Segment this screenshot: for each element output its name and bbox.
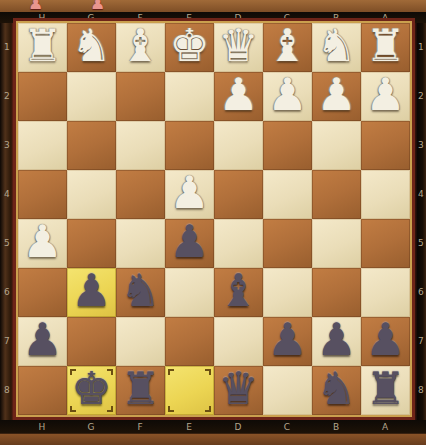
rank-label-right-2: 2: [418, 92, 424, 101]
piece-white-bishop[interactable]: ♝: [116, 20, 165, 72]
square-g1[interactable]: ♞: [67, 23, 116, 72]
file-label-bottom-g: G: [88, 423, 95, 432]
square-c4[interactable]: [263, 170, 312, 219]
highlight-corner-brackets: [168, 369, 211, 412]
square-e2[interactable]: [165, 72, 214, 121]
square-c2[interactable]: ♟: [263, 72, 312, 121]
square-e3[interactable]: [165, 121, 214, 170]
square-h3[interactable]: [18, 121, 67, 170]
square-b6[interactable]: [312, 268, 361, 317]
piece-white-rook[interactable]: ♜: [361, 20, 410, 72]
square-g5[interactable]: [67, 219, 116, 268]
square-e8[interactable]: [165, 366, 214, 415]
square-e5[interactable]: ♟: [165, 219, 214, 268]
piece-black-queen[interactable]: ♛: [214, 363, 263, 415]
square-f7[interactable]: [116, 317, 165, 366]
square-a6[interactable]: [361, 268, 410, 317]
piece-white-pawn[interactable]: ♟: [263, 69, 312, 121]
square-c6[interactable]: [263, 268, 312, 317]
square-e4[interactable]: ♟: [165, 170, 214, 219]
square-e1[interactable]: ♚: [165, 23, 214, 72]
captured-pawn-icon: ♟: [28, 0, 43, 12]
chess-board: ♜♞♝♚♛♝♞♜♟♟♟♟♟♟♟♟♞♝♟♟♟♟♚♜♛♞♜: [13, 18, 415, 420]
square-a8[interactable]: ♜: [361, 366, 410, 415]
square-f8[interactable]: ♜: [116, 366, 165, 415]
square-g7[interactable]: [67, 317, 116, 366]
square-h6[interactable]: [18, 268, 67, 317]
square-c5[interactable]: [263, 219, 312, 268]
bottom-frame-bar: [0, 433, 426, 445]
rank-label-left-4: 4: [4, 190, 10, 199]
square-e7[interactable]: [165, 317, 214, 366]
square-c7[interactable]: ♟: [263, 317, 312, 366]
square-b7[interactable]: ♟: [312, 317, 361, 366]
piece-black-knight[interactable]: ♞: [116, 265, 165, 317]
file-labels-bottom: HGFEDCBA: [0, 420, 426, 433]
piece-black-pawn[interactable]: ♟: [312, 314, 361, 366]
file-label-bottom-c: C: [284, 423, 290, 432]
piece-white-bishop[interactable]: ♝: [263, 20, 312, 72]
piece-white-pawn[interactable]: ♟: [214, 69, 263, 121]
square-g4[interactable]: [67, 170, 116, 219]
square-d5[interactable]: [214, 219, 263, 268]
square-c1[interactable]: ♝: [263, 23, 312, 72]
square-d2[interactable]: ♟: [214, 72, 263, 121]
rank-label-right-7: 7: [418, 337, 424, 346]
square-a3[interactable]: [361, 121, 410, 170]
piece-black-pawn[interactable]: ♟: [165, 216, 214, 268]
square-h4[interactable]: [18, 170, 67, 219]
square-b2[interactable]: ♟: [312, 72, 361, 121]
square-h5[interactable]: ♟: [18, 219, 67, 268]
square-c8[interactable]: [263, 366, 312, 415]
square-h8[interactable]: [18, 366, 67, 415]
file-label-bottom-h: H: [39, 423, 46, 432]
piece-black-rook[interactable]: ♜: [116, 363, 165, 415]
rank-label-right-8: 8: [418, 386, 424, 395]
square-d7[interactable]: [214, 317, 263, 366]
square-d4[interactable]: [214, 170, 263, 219]
square-h7[interactable]: ♟: [18, 317, 67, 366]
rank-label-left-2: 2: [4, 92, 10, 101]
square-f3[interactable]: [116, 121, 165, 170]
file-label-bottom-d: D: [235, 423, 242, 432]
piece-white-knight[interactable]: ♞: [67, 20, 116, 72]
piece-black-pawn[interactable]: ♟: [361, 314, 410, 366]
rank-label-left-6: 6: [4, 288, 10, 297]
square-h2[interactable]: [18, 72, 67, 121]
square-a2[interactable]: ♟: [361, 72, 410, 121]
piece-black-king[interactable]: ♚: [67, 363, 116, 415]
rank-label-left-8: 8: [4, 386, 10, 395]
file-label-bottom-e: E: [186, 423, 192, 432]
square-a5[interactable]: [361, 219, 410, 268]
square-b5[interactable]: [312, 219, 361, 268]
square-e6[interactable]: [165, 268, 214, 317]
square-d3[interactable]: [214, 121, 263, 170]
piece-white-queen[interactable]: ♛: [214, 20, 263, 72]
square-b8[interactable]: ♞: [312, 366, 361, 415]
rank-label-left-1: 1: [4, 43, 10, 52]
rank-label-right-6: 6: [418, 288, 424, 297]
square-a4[interactable]: [361, 170, 410, 219]
rank-label-left-7: 7: [4, 337, 10, 346]
piece-black-rook[interactable]: ♜: [361, 363, 410, 415]
square-b3[interactable]: [312, 121, 361, 170]
piece-black-pawn[interactable]: ♟: [67, 265, 116, 317]
square-g6[interactable]: ♟: [67, 268, 116, 317]
square-f2[interactable]: [116, 72, 165, 121]
square-a1[interactable]: ♜: [361, 23, 410, 72]
rank-label-right-3: 3: [418, 141, 424, 150]
square-f1[interactable]: ♝: [116, 23, 165, 72]
square-g3[interactable]: [67, 121, 116, 170]
rank-label-left-3: 3: [4, 141, 10, 150]
rank-label-right-5: 5: [418, 239, 424, 248]
piece-white-king[interactable]: ♚: [165, 20, 214, 72]
chess-app: ♟♟ HGFEDCBA HGFEDCBA 12345678 12345678 ♜…: [0, 0, 426, 445]
square-d1[interactable]: ♛: [214, 23, 263, 72]
piece-white-pawn[interactable]: ♟: [18, 216, 67, 268]
piece-white-pawn[interactable]: ♟: [312, 69, 361, 121]
piece-black-bishop[interactable]: ♝: [214, 265, 263, 317]
file-label-bottom-a: A: [382, 423, 388, 432]
captured-pieces-tray: ♟♟: [0, 0, 426, 12]
square-g2[interactable]: [67, 72, 116, 121]
square-a7[interactable]: ♟: [361, 317, 410, 366]
square-d8[interactable]: ♛: [214, 366, 263, 415]
square-g8[interactable]: ♚: [67, 366, 116, 415]
square-f5[interactable]: [116, 219, 165, 268]
rank-labels-left: 12345678: [0, 23, 13, 420]
piece-white-pawn[interactable]: ♟: [361, 69, 410, 121]
rank-label-right-4: 4: [418, 190, 424, 199]
piece-black-pawn[interactable]: ♟: [263, 314, 312, 366]
board-grid: ♜♞♝♚♛♝♞♜♟♟♟♟♟♟♟♟♞♝♟♟♟♟♚♜♛♞♜: [18, 23, 410, 415]
square-c3[interactable]: [263, 121, 312, 170]
piece-black-knight[interactable]: ♞: [312, 363, 361, 415]
piece-white-knight[interactable]: ♞: [312, 20, 361, 72]
square-h1[interactable]: ♜: [18, 23, 67, 72]
piece-white-rook[interactable]: ♜: [18, 20, 67, 72]
square-b4[interactable]: [312, 170, 361, 219]
rank-label-right-1: 1: [418, 43, 424, 52]
square-d6[interactable]: ♝: [214, 268, 263, 317]
square-b1[interactable]: ♞: [312, 23, 361, 72]
file-label-bottom-b: B: [333, 423, 339, 432]
piece-black-pawn[interactable]: ♟: [18, 314, 67, 366]
square-f6[interactable]: ♞: [116, 268, 165, 317]
piece-white-pawn[interactable]: ♟: [165, 167, 214, 219]
square-f4[interactable]: [116, 170, 165, 219]
rank-label-left-5: 5: [4, 239, 10, 248]
file-label-bottom-f: F: [137, 423, 142, 432]
captured-pawn-icon: ♟: [90, 0, 105, 12]
